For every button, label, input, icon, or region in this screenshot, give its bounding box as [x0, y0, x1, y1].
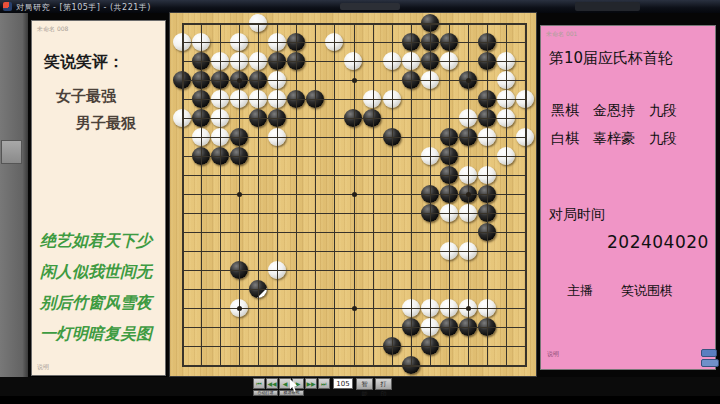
- star-point: [352, 192, 357, 197]
- board-gridline: [182, 118, 527, 119]
- poem-line: 闲人似我世间无: [40, 256, 164, 287]
- fast-forward-button[interactable]: ▶▶: [305, 378, 317, 389]
- commentary-panel-label: 未命名 008: [37, 25, 68, 34]
- board-gridline: [182, 175, 527, 176]
- board-gridline: [373, 23, 374, 366]
- black-player-row: 黑棋 金恩持 九段: [551, 102, 677, 120]
- star-point: [466, 192, 471, 197]
- board-gridline: [487, 23, 488, 366]
- commentary-line-1: 女子最强: [56, 87, 116, 106]
- go-board[interactable]: [169, 12, 537, 377]
- titlebar-decoration: [575, 2, 640, 11]
- host-label: 主播: [567, 282, 593, 300]
- game-time-value: 202404020: [607, 232, 709, 252]
- board-gridline: [411, 23, 412, 366]
- commentary-poem: 绝艺如君天下少 闲人似我世间无 别后竹窗风雪夜 一灯明暗复吴图: [40, 225, 164, 349]
- board-gridline: [525, 23, 527, 366]
- event-title: 第10届应氏杯首轮: [549, 49, 673, 68]
- poem-line: 绝艺如君天下少: [40, 225, 164, 256]
- commentary-heading: 笑说笑评：: [44, 52, 124, 73]
- app-window: 对局研究 - [第105手] - (共221手) 未命名 008 笑说笑评： 女…: [0, 0, 720, 404]
- star-point: [352, 306, 357, 311]
- smart-button[interactable]: 智能: [356, 378, 373, 390]
- last-move-button[interactable]: ⏭: [318, 378, 330, 389]
- board-gridline: [392, 23, 393, 366]
- board-gridline: [182, 346, 527, 347]
- commentary-line-2: 男子最狠: [76, 114, 136, 133]
- game-info-panel: 未命名 001 第10届应氏杯首轮 黑棋 金恩持 九段 白棋 辜梓豪 九段 对局…: [540, 25, 716, 370]
- commentary-panel: 未命名 008 笑说笑评： 女子最强 男子最狠 绝艺如君天下少 闲人似我世间无 …: [31, 20, 166, 376]
- host-name: 笑说围棋: [621, 282, 673, 300]
- info-panel-footer: 说明: [547, 350, 559, 359]
- info-panel-label: 未命名 001: [546, 30, 577, 39]
- star-point: [466, 306, 471, 311]
- sidebar-button[interactable]: [1, 140, 22, 164]
- board-gridline: [182, 23, 527, 25]
- board-gridline: [182, 327, 527, 328]
- host-row: 主播 笑说围棋: [567, 282, 707, 300]
- board-gridline: [449, 23, 450, 366]
- bottom-strip: [0, 396, 720, 404]
- prev-move-button[interactable]: ◀: [279, 378, 291, 389]
- board-gridline: [182, 156, 527, 157]
- board-gridline: [182, 251, 527, 252]
- board-gridline: [506, 23, 507, 366]
- board-gridline: [182, 137, 527, 138]
- board-gridline: [182, 232, 527, 233]
- board-gridline: [182, 289, 527, 290]
- game-time-label: 对局时间: [549, 206, 605, 224]
- board-gridline: [182, 99, 527, 100]
- poem-line: 一灯明暗复吴图: [40, 318, 164, 349]
- star-point: [466, 78, 471, 83]
- poem-line: 别后竹窗风雪夜: [40, 287, 164, 318]
- board-gridline: [430, 23, 431, 366]
- board-gridline: [182, 42, 527, 43]
- overlay-badge[interactable]: [701, 349, 717, 357]
- white-player-row: 白棋 辜梓豪 九段: [551, 130, 677, 148]
- bottom-toolbar: ⏮ ◀◀ ◀ ▶ ▶▶ ⏭ 105 智能 打印 自动打谱 棋谱研究: [0, 377, 720, 396]
- board-gridline: [182, 213, 527, 214]
- fast-back-button[interactable]: ◀◀: [266, 378, 278, 389]
- overlay-badge[interactable]: [701, 359, 719, 367]
- commentary-footer: 说明: [37, 363, 49, 372]
- first-move-button[interactable]: ⏮: [253, 378, 265, 389]
- board-gridline: [182, 61, 527, 62]
- titlebar-decoration: [340, 3, 400, 10]
- left-sidebar-strip: [0, 13, 28, 396]
- board-gridline: [182, 365, 527, 367]
- window-title: 对局研究 - [第105手] - (共221手): [16, 2, 151, 13]
- board-gridline: [182, 270, 527, 271]
- print-button[interactable]: 打印: [375, 378, 392, 390]
- star-point: [352, 78, 357, 83]
- move-number-display[interactable]: 105: [333, 378, 353, 389]
- app-icon: [3, 2, 12, 11]
